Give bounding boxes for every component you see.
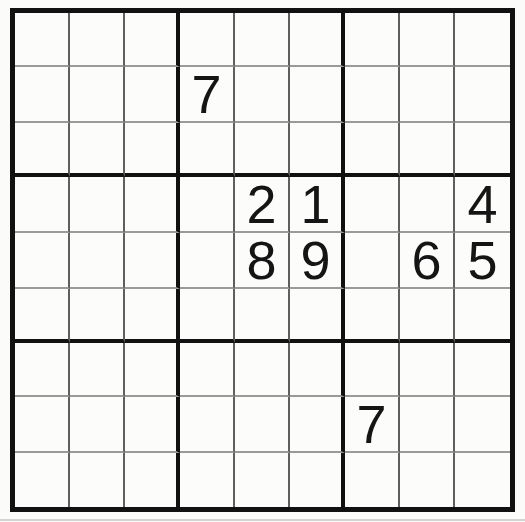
cell-r1c6[interactable]: [290, 13, 345, 67]
cell-r2c9[interactable]: [455, 67, 510, 123]
cell-r3c1[interactable]: [15, 123, 70, 177]
cell-r1c5[interactable]: [235, 13, 290, 67]
cell-r2c7[interactable]: [345, 67, 400, 123]
cell-r3c3[interactable]: [125, 123, 180, 177]
frame-bottom-edge: [0, 519, 525, 521]
cell-r5c4[interactable]: [180, 233, 235, 289]
cell-r8c3[interactable]: [125, 397, 180, 453]
cell-r5c2[interactable]: [70, 233, 125, 289]
cell-r6c3[interactable]: [125, 289, 180, 343]
cell-r4c3[interactable]: [125, 177, 180, 233]
cell-r5c3[interactable]: [125, 233, 180, 289]
cell-r1c3[interactable]: [125, 13, 180, 67]
sudoku-board: 721489657: [10, 8, 515, 512]
cell-r4c7[interactable]: [345, 177, 400, 233]
cell-r3c4[interactable]: [180, 123, 235, 177]
cell-r2c5[interactable]: [235, 67, 290, 123]
cell-r8c8[interactable]: [400, 397, 455, 453]
cell-r7c2[interactable]: [70, 343, 125, 397]
cell-r7c9[interactable]: [455, 343, 510, 397]
cell-r6c1[interactable]: [15, 289, 70, 343]
cell-r6c4[interactable]: [180, 289, 235, 343]
cell-r4c2[interactable]: [70, 177, 125, 233]
cell-r1c9[interactable]: [455, 13, 510, 67]
cell-r6c5[interactable]: [235, 289, 290, 343]
cell-r6c2[interactable]: [70, 289, 125, 343]
cell-r8c9[interactable]: [455, 397, 510, 453]
cell-r2c1[interactable]: [15, 67, 70, 123]
cell-r9c7[interactable]: [345, 453, 400, 507]
cell-r9c3[interactable]: [125, 453, 180, 507]
cell-r8c4[interactable]: [180, 397, 235, 453]
cell-r1c2[interactable]: [70, 13, 125, 67]
cell-r8c7[interactable]: 7: [345, 397, 400, 453]
cell-r9c8[interactable]: [400, 453, 455, 507]
cell-r8c5[interactable]: [235, 397, 290, 453]
cell-r7c7[interactable]: [345, 343, 400, 397]
cell-r4c5[interactable]: 2: [235, 177, 290, 233]
cell-r1c7[interactable]: [345, 13, 400, 67]
cell-r3c7[interactable]: [345, 123, 400, 177]
cell-r4c4[interactable]: [180, 177, 235, 233]
cell-r7c1[interactable]: [15, 343, 70, 397]
cell-r9c9[interactable]: [455, 453, 510, 507]
cell-r9c4[interactable]: [180, 453, 235, 507]
cell-r6c7[interactable]: [345, 289, 400, 343]
cell-r2c4[interactable]: 7: [180, 67, 235, 123]
cell-r4c6[interactable]: 1: [290, 177, 345, 233]
cell-r3c6[interactable]: [290, 123, 345, 177]
cell-r7c3[interactable]: [125, 343, 180, 397]
cell-r6c8[interactable]: [400, 289, 455, 343]
cell-r6c9[interactable]: [455, 289, 510, 343]
cell-r1c8[interactable]: [400, 13, 455, 67]
cell-r2c2[interactable]: [70, 67, 125, 123]
cell-r4c1[interactable]: [15, 177, 70, 233]
cell-r2c3[interactable]: [125, 67, 180, 123]
cell-r6c6[interactable]: [290, 289, 345, 343]
cell-r5c6[interactable]: 9: [290, 233, 345, 289]
cell-r4c9[interactable]: 4: [455, 177, 510, 233]
cell-r3c8[interactable]: [400, 123, 455, 177]
cell-r5c8[interactable]: 6: [400, 233, 455, 289]
cell-r2c6[interactable]: [290, 67, 345, 123]
cell-r3c9[interactable]: [455, 123, 510, 177]
cell-r1c4[interactable]: [180, 13, 235, 67]
cell-r7c6[interactable]: [290, 343, 345, 397]
cell-r3c2[interactable]: [70, 123, 125, 177]
cell-r5c1[interactable]: [15, 233, 70, 289]
cell-r5c5[interactable]: 8: [235, 233, 290, 289]
cell-r7c8[interactable]: [400, 343, 455, 397]
cell-r8c6[interactable]: [290, 397, 345, 453]
cell-r9c5[interactable]: [235, 453, 290, 507]
cell-r8c1[interactable]: [15, 397, 70, 453]
cell-r2c8[interactable]: [400, 67, 455, 123]
cell-r5c7[interactable]: [345, 233, 400, 289]
cell-r9c6[interactable]: [290, 453, 345, 507]
cell-r1c1[interactable]: [15, 13, 70, 67]
cell-r5c9[interactable]: 5: [455, 233, 510, 289]
cell-r8c2[interactable]: [70, 397, 125, 453]
cell-r7c4[interactable]: [180, 343, 235, 397]
cell-r9c1[interactable]: [15, 453, 70, 507]
cell-r4c8[interactable]: [400, 177, 455, 233]
cell-r3c5[interactable]: [235, 123, 290, 177]
cell-r9c2[interactable]: [70, 453, 125, 507]
cell-r7c5[interactable]: [235, 343, 290, 397]
